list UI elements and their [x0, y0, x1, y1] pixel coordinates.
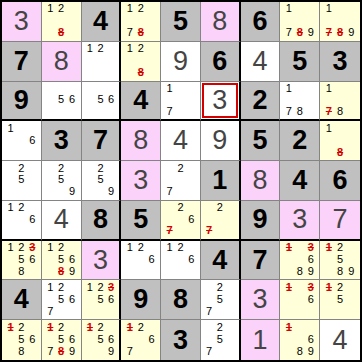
- empty-candidate-slot: [67, 321, 78, 333]
- candidate-grid: 267: [161, 201, 200, 239]
- candidate-2: 2: [175, 162, 186, 174]
- candidate-6: 6: [67, 293, 78, 305]
- empty-candidate-slot: [294, 94, 305, 106]
- candidate-2: 2: [56, 3, 67, 15]
- empty-candidate-slot: [294, 3, 305, 15]
- candidate-7: 7: [204, 305, 215, 317]
- empty-candidate-slot: [294, 293, 305, 305]
- cell-r1c9[interactable]: 1789: [320, 2, 360, 42]
- cell-r7c4[interactable]: 126: [121, 241, 161, 281]
- candidate-6: 6: [305, 333, 316, 345]
- cell-r3c7[interactable]: 2: [241, 82, 281, 122]
- cell-r6c9[interactable]: 7: [320, 201, 360, 241]
- empty-candidate-slot: [294, 15, 305, 27]
- empty-candidate-slot: [175, 266, 186, 278]
- empty-candidate-slot: [95, 346, 106, 358]
- candidate-grid: 126: [121, 241, 160, 280]
- excluded-candidate-8: 8: [294, 27, 305, 39]
- cell-r5c7[interactable]: 8: [241, 161, 281, 201]
- candidate-2: 2: [214, 202, 225, 214]
- cell-r6c2[interactable]: 4: [42, 201, 82, 241]
- cell-r1c1[interactable]: 3: [2, 2, 42, 42]
- cell-r9c2[interactable]: 1256789: [42, 320, 82, 360]
- candidate-8: 8: [294, 266, 305, 278]
- candidate-grid: 12589: [320, 241, 360, 280]
- cell-r5c6[interactable]: 1: [201, 161, 241, 201]
- cell-r7c3[interactable]: 3: [82, 241, 122, 281]
- empty-candidate-slot: [146, 55, 157, 67]
- empty-candidate-slot: [346, 281, 357, 293]
- candidate-5: 5: [334, 293, 345, 305]
- empty-candidate-slot: [305, 106, 316, 118]
- empty-candidate-slot: [283, 333, 294, 345]
- cell-r3c6[interactable]: 3: [201, 82, 241, 122]
- solved-digit: 1: [253, 327, 268, 354]
- given-digit: 5: [173, 8, 188, 35]
- excluded-candidate-7: 7: [164, 225, 175, 237]
- candidate-2: 2: [135, 242, 146, 254]
- empty-candidate-slot: [283, 266, 294, 278]
- empty-candidate-slot: [67, 305, 78, 317]
- candidate-2: 2: [16, 202, 27, 214]
- candidate-2: 2: [56, 162, 67, 174]
- candidate-6: 6: [67, 94, 78, 106]
- cell-r7c5[interactable]: 126: [161, 241, 201, 281]
- cell-r2c6[interactable]: 6: [201, 42, 241, 82]
- cell-r4c3[interactable]: 7: [82, 121, 122, 161]
- empty-candidate-slot: [225, 281, 236, 293]
- candidate-2: 2: [56, 321, 67, 333]
- candidate-7: 7: [283, 27, 294, 39]
- candidate-1: 1: [45, 281, 56, 293]
- empty-candidate-slot: [56, 106, 67, 118]
- candidate-6: 6: [186, 213, 197, 225]
- cell-r6c7[interactable]: 9: [241, 201, 281, 241]
- candidate-2: 2: [334, 281, 345, 293]
- cell-r8c8[interactable]: 136: [280, 280, 320, 320]
- empty-candidate-slot: [186, 162, 197, 174]
- candidate-7: 7: [204, 346, 215, 358]
- cell-r5c9[interactable]: 6: [320, 161, 360, 201]
- empty-candidate-slot: [294, 321, 305, 333]
- excluded-candidate-8: 8: [56, 27, 67, 39]
- solved-digit: 8: [133, 127, 148, 154]
- empty-candidate-slot: [283, 305, 294, 317]
- empty-candidate-slot: [225, 305, 236, 317]
- empty-candidate-slot: [5, 134, 16, 146]
- empty-candidate-slot: [334, 122, 345, 134]
- cell-r6c1[interactable]: 126: [2, 201, 42, 241]
- cell-r9c7[interactable]: 1: [241, 320, 281, 360]
- empty-candidate-slot: [204, 202, 215, 214]
- candidate-grid: 56: [42, 82, 81, 120]
- cell-r4c5[interactable]: 4: [161, 121, 201, 161]
- excluded-candidate-1: 1: [124, 321, 135, 333]
- candidate-5: 5: [56, 94, 67, 106]
- empty-candidate-slot: [135, 333, 146, 345]
- empty-candidate-slot: [124, 67, 135, 79]
- candidate-6: 6: [146, 333, 157, 345]
- cell-r2c2[interactable]: 8: [42, 42, 82, 82]
- empty-candidate-slot: [204, 213, 215, 225]
- candidate-5: 5: [95, 293, 106, 305]
- candidate-2: 2: [16, 321, 27, 333]
- empty-candidate-slot: [294, 281, 305, 293]
- candidate-grid: 27: [201, 201, 239, 239]
- empty-candidate-slot: [67, 162, 78, 174]
- candidate-6: 6: [106, 293, 117, 305]
- candidate-2: 2: [56, 281, 67, 293]
- candidate-2: 2: [16, 162, 27, 174]
- empty-candidate-slot: [124, 266, 135, 278]
- solved-digit: 3: [93, 247, 108, 274]
- cell-r2c1[interactable]: 7: [2, 42, 42, 82]
- empty-candidate-slot: [85, 55, 96, 67]
- candidate-grid: 126: [2, 201, 41, 239]
- empty-candidate-slot: [186, 225, 197, 237]
- empty-candidate-slot: [146, 67, 157, 79]
- candidate-grid: 257: [201, 320, 239, 360]
- empty-candidate-slot: [305, 321, 316, 333]
- candidate-1: 1: [283, 83, 294, 95]
- given-digit: 5: [133, 206, 148, 233]
- candidate-5: 5: [334, 254, 345, 266]
- candidate-5: 5: [56, 254, 67, 266]
- empty-candidate-slot: [334, 94, 345, 106]
- cell-r8c1[interactable]: 4: [2, 280, 42, 320]
- empty-candidate-slot: [334, 15, 345, 27]
- empty-candidate-slot: [323, 254, 334, 266]
- candidate-1: 1: [45, 3, 56, 15]
- empty-candidate-slot: [45, 333, 56, 345]
- cell-r4c8[interactable]: 2: [280, 121, 320, 161]
- given-digit: 4: [133, 87, 148, 114]
- cell-r5c4[interactable]: 3: [121, 161, 161, 201]
- cell-r6c3[interactable]: 8: [82, 201, 122, 241]
- empty-candidate-slot: [186, 242, 197, 254]
- cell-r2c7[interactable]: 4: [241, 42, 281, 82]
- candidate-grid: 178: [280, 82, 319, 120]
- candidate-5: 5: [56, 333, 67, 345]
- cell-r4c2[interactable]: 3: [42, 121, 82, 161]
- empty-candidate-slot: [225, 213, 236, 225]
- empty-candidate-slot: [146, 43, 157, 55]
- candidate-6: 6: [146, 254, 157, 266]
- empty-candidate-slot: [146, 3, 157, 15]
- cell-r2c5[interactable]: 9: [161, 42, 201, 82]
- cell-r1c7[interactable]: 6: [241, 2, 281, 42]
- empty-candidate-slot: [16, 186, 27, 198]
- candidate-grid: 257: [201, 280, 239, 319]
- solved-digit: 9: [173, 48, 188, 75]
- empty-candidate-slot: [164, 266, 175, 278]
- cell-r7c6[interactable]: 4: [201, 241, 241, 281]
- solved-digit: 3: [14, 8, 29, 35]
- cell-r2c4[interactable]: 128: [121, 42, 161, 82]
- empty-candidate-slot: [85, 67, 96, 79]
- given-digit: 7: [14, 48, 29, 75]
- excluded-candidate-8: 8: [135, 27, 146, 39]
- empty-candidate-slot: [85, 83, 96, 95]
- empty-candidate-slot: [164, 254, 175, 266]
- empty-candidate-slot: [346, 106, 357, 118]
- cell-r1c8[interactable]: 1789: [280, 2, 320, 42]
- excluded-candidate-3: 3: [305, 281, 316, 293]
- cell-r8c3[interactable]: 12356: [82, 280, 122, 320]
- cell-r4c6[interactable]: 9: [201, 121, 241, 161]
- cell-r1c3[interactable]: 4: [82, 2, 122, 42]
- cell-r8c9[interactable]: 125: [320, 280, 360, 320]
- candidate-grid: 1789: [280, 2, 319, 41]
- candidate-8: 8: [334, 266, 345, 278]
- cell-r8c4[interactable]: 9: [121, 280, 161, 320]
- empty-candidate-slot: [67, 242, 78, 254]
- given-digit: 9: [14, 87, 29, 114]
- candidate-2: 2: [135, 3, 146, 15]
- candidate-2: 2: [175, 242, 186, 254]
- candidate-7: 7: [164, 186, 175, 198]
- empty-candidate-slot: [45, 15, 56, 27]
- empty-candidate-slot: [346, 3, 357, 15]
- candidate-9: 9: [67, 186, 78, 198]
- given-digit: 5: [253, 127, 268, 154]
- empty-candidate-slot: [27, 266, 38, 278]
- given-digit: 6: [253, 8, 268, 35]
- excluded-candidate-8: 8: [56, 266, 67, 278]
- empty-candidate-slot: [27, 174, 38, 186]
- empty-candidate-slot: [214, 213, 225, 225]
- empty-candidate-slot: [27, 202, 38, 214]
- candidate-5: 5: [16, 333, 27, 345]
- cell-r2c3[interactable]: 12: [82, 42, 122, 82]
- excluded-candidate-7: 7: [204, 225, 215, 237]
- candidate-8: 8: [294, 346, 305, 358]
- empty-candidate-slot: [95, 55, 106, 67]
- empty-candidate-slot: [214, 225, 225, 237]
- cell-r4c7[interactable]: 5: [241, 121, 281, 161]
- cell-r5c5[interactable]: 27: [161, 161, 201, 201]
- empty-candidate-slot: [346, 15, 357, 27]
- candidate-1: 1: [85, 43, 96, 55]
- empty-candidate-slot: [85, 346, 96, 358]
- excluded-candidate-1: 1: [323, 242, 334, 254]
- empty-candidate-slot: [45, 83, 56, 95]
- cell-r7c9[interactable]: 12589: [320, 241, 360, 281]
- cell-r3c9[interactable]: 178: [320, 82, 360, 122]
- empty-candidate-slot: [16, 146, 27, 158]
- given-digit: 9: [253, 206, 268, 233]
- cell-r4c1[interactable]: 16: [2, 121, 42, 161]
- empty-candidate-slot: [85, 162, 96, 174]
- candidate-grid: 1789: [320, 2, 360, 41]
- empty-candidate-slot: [5, 146, 16, 158]
- empty-candidate-slot: [95, 106, 106, 118]
- cell-r5c1[interactable]: 25: [2, 161, 42, 201]
- cell-r3c1[interactable]: 9: [2, 82, 42, 122]
- empty-candidate-slot: [45, 254, 56, 266]
- cell-r6c5[interactable]: 267: [161, 201, 201, 241]
- empty-candidate-slot: [186, 266, 197, 278]
- empty-candidate-slot: [175, 225, 186, 237]
- cell-r5c3[interactable]: 259: [82, 161, 122, 201]
- candidate-1: 1: [323, 3, 334, 15]
- candidate-grid: 1278: [121, 2, 160, 41]
- empty-candidate-slot: [95, 83, 106, 95]
- given-digit: 6: [333, 167, 348, 194]
- given-digit: 5: [292, 48, 307, 75]
- cell-r5c8[interactable]: 4: [280, 161, 320, 201]
- candidate-2: 2: [175, 202, 186, 214]
- candidate-2: 2: [16, 242, 27, 254]
- empty-candidate-slot: [124, 254, 135, 266]
- candidate-grid: 18: [320, 121, 360, 160]
- empty-candidate-slot: [204, 293, 215, 305]
- empty-candidate-slot: [146, 242, 157, 254]
- empty-candidate-slot: [225, 346, 236, 358]
- cell-r8c6[interactable]: 257: [201, 280, 241, 320]
- candidate-9: 9: [305, 266, 316, 278]
- given-digit: 7: [93, 127, 108, 154]
- cell-r5c2[interactable]: 259: [42, 161, 82, 201]
- candidate-2: 2: [135, 43, 146, 55]
- empty-candidate-slot: [5, 254, 16, 266]
- candidate-8: 8: [16, 266, 27, 278]
- candidate-6: 6: [305, 293, 316, 305]
- candidate-grid: 56: [82, 82, 120, 120]
- cell-r9c6[interactable]: 257: [201, 320, 241, 360]
- candidate-7: 7: [45, 305, 56, 317]
- cell-r7c1[interactable]: 123568: [2, 241, 42, 281]
- empty-candidate-slot: [164, 162, 175, 174]
- cell-r8c5[interactable]: 8: [161, 280, 201, 320]
- candidate-1: 1: [323, 83, 334, 95]
- empty-candidate-slot: [294, 83, 305, 95]
- candidate-1: 1: [323, 122, 334, 134]
- cell-r9c8[interactable]: 1689: [280, 320, 320, 360]
- cell-r3c8[interactable]: 178: [280, 82, 320, 122]
- empty-candidate-slot: [95, 186, 106, 198]
- empty-candidate-slot: [225, 202, 236, 214]
- given-digit: 4: [14, 286, 29, 313]
- solved-digit: 4: [173, 127, 188, 154]
- empty-candidate-slot: [106, 43, 117, 55]
- cell-r3c4[interactable]: 4: [121, 82, 161, 122]
- empty-candidate-slot: [323, 266, 334, 278]
- empty-candidate-slot: [294, 254, 305, 266]
- excluded-candidate-1: 1: [5, 321, 16, 333]
- cell-r6c6[interactable]: 27: [201, 201, 241, 241]
- candidate-1: 1: [5, 242, 16, 254]
- candidate-8: 8: [294, 106, 305, 118]
- cell-r1c2[interactable]: 128: [42, 2, 82, 42]
- cell-r1c5[interactable]: 5: [161, 2, 201, 42]
- candidate-7: 7: [124, 27, 135, 39]
- candidate-grid: 259: [42, 161, 81, 200]
- candidate-9: 9: [346, 27, 357, 39]
- cell-r9c3[interactable]: 12569: [82, 320, 122, 360]
- cell-r4c4[interactable]: 8: [121, 121, 161, 161]
- candidate-9: 9: [67, 346, 78, 358]
- empty-candidate-slot: [346, 146, 357, 158]
- empty-candidate-slot: [225, 333, 236, 345]
- empty-candidate-slot: [67, 281, 78, 293]
- empty-candidate-slot: [85, 293, 96, 305]
- empty-candidate-slot: [85, 106, 96, 118]
- cell-r1c6[interactable]: 8: [201, 2, 241, 42]
- empty-candidate-slot: [186, 186, 197, 198]
- cell-r9c9[interactable]: 4: [320, 320, 360, 360]
- cell-r1c4[interactable]: 1278: [121, 2, 161, 42]
- empty-candidate-slot: [186, 106, 197, 118]
- empty-candidate-slot: [225, 293, 236, 305]
- cell-r7c8[interactable]: 13689: [280, 241, 320, 281]
- candidate-grid: 12569: [82, 320, 120, 360]
- candidate-5: 5: [95, 94, 106, 106]
- cell-r9c1[interactable]: 12568: [2, 320, 42, 360]
- empty-candidate-slot: [124, 55, 135, 67]
- empty-candidate-slot: [45, 293, 56, 305]
- candidate-grid: 123568: [2, 241, 41, 280]
- candidate-grid: 27: [161, 161, 200, 200]
- empty-candidate-slot: [346, 94, 357, 106]
- empty-candidate-slot: [67, 174, 78, 186]
- candidate-grid: 12356: [82, 280, 120, 319]
- candidate-grid: 1267: [121, 320, 160, 360]
- cell-r9c5[interactable]: 3: [161, 320, 201, 360]
- cell-r6c8[interactable]: 3: [280, 201, 320, 241]
- cell-r9c4[interactable]: 1267: [121, 320, 161, 360]
- cell-r3c2[interactable]: 56: [42, 82, 82, 122]
- empty-candidate-slot: [106, 305, 117, 317]
- empty-candidate-slot: [5, 266, 16, 278]
- empty-candidate-slot: [305, 3, 316, 15]
- cell-r6c4[interactable]: 5: [121, 201, 161, 241]
- candidate-grid: 125: [320, 280, 360, 319]
- candidate-9: 9: [305, 27, 316, 39]
- cell-r8c2[interactable]: 12567: [42, 280, 82, 320]
- cell-r4c9[interactable]: 18: [320, 121, 360, 161]
- cell-r2c8[interactable]: 5: [280, 42, 320, 82]
- empty-candidate-slot: [85, 94, 96, 106]
- candidate-grid: 12567: [42, 280, 81, 319]
- empty-candidate-slot: [67, 3, 78, 15]
- candidate-6: 6: [186, 254, 197, 266]
- given-digit: 4: [292, 167, 307, 194]
- cell-r2c9[interactable]: 3: [320, 42, 360, 82]
- candidate-9: 9: [67, 266, 78, 278]
- cell-r3c3[interactable]: 56: [82, 82, 122, 122]
- empty-candidate-slot: [305, 305, 316, 317]
- candidate-7: 7: [124, 346, 135, 358]
- empty-candidate-slot: [85, 186, 96, 198]
- solved-digit: 7: [333, 206, 348, 233]
- cell-r7c7[interactable]: 7: [241, 241, 281, 281]
- cell-r7c2[interactable]: 125689: [42, 241, 82, 281]
- empty-candidate-slot: [56, 305, 67, 317]
- empty-candidate-slot: [204, 321, 215, 333]
- excluded-candidate-3: 3: [27, 242, 38, 254]
- cell-r8c7[interactable]: 3: [241, 280, 281, 320]
- empty-candidate-slot: [175, 94, 186, 106]
- excluded-candidate-1: 1: [283, 242, 294, 254]
- cell-r3c5[interactable]: 17: [161, 82, 201, 122]
- candidate-grid: 25: [2, 161, 41, 200]
- candidate-grid: 128: [42, 2, 81, 41]
- given-digit: 4: [212, 247, 227, 274]
- candidate-5: 5: [214, 333, 225, 345]
- empty-candidate-slot: [305, 94, 316, 106]
- empty-candidate-slot: [214, 305, 225, 317]
